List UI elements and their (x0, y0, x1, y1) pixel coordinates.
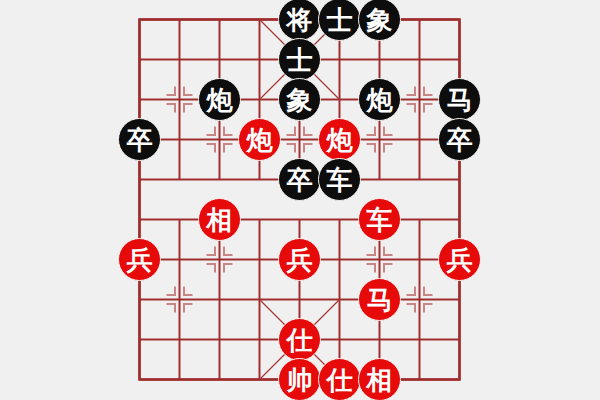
piece-black-soldier[interactable]: 卒 (118, 118, 161, 161)
xiangqi-board-screen: 将士象士炮象炮马卒炮炮卒卒车相车兵兵兵马仕帅仕相 (0, 0, 600, 400)
piece-red-elephant[interactable]: 相 (198, 198, 241, 241)
piece-black-advisor[interactable]: 士 (278, 38, 321, 81)
piece-black-soldier[interactable]: 卒 (278, 158, 321, 201)
piece-red-advisor[interactable]: 仕 (318, 358, 361, 400)
piece-black-advisor[interactable]: 士 (318, 0, 361, 41)
piece-black-general[interactable]: 将 (278, 0, 321, 41)
piece-red-advisor[interactable]: 仕 (278, 318, 321, 361)
piece-red-horse[interactable]: 马 (358, 278, 401, 321)
piece-black-soldier[interactable]: 卒 (438, 118, 481, 161)
piece-red-cannon[interactable]: 炮 (238, 118, 281, 161)
piece-black-elephant[interactable]: 象 (278, 78, 321, 121)
piece-black-elephant[interactable]: 象 (358, 0, 401, 41)
piece-black-horse[interactable]: 马 (438, 78, 481, 121)
piece-black-cannon[interactable]: 炮 (358, 78, 401, 121)
piece-red-soldier[interactable]: 兵 (438, 238, 481, 281)
piece-red-elephant[interactable]: 相 (358, 358, 401, 400)
board-grid: 将士象士炮象炮马卒炮炮卒卒车相车兵兵兵马仕帅仕相 (120, 0, 480, 400)
piece-red-soldier[interactable]: 兵 (278, 238, 321, 281)
piece-red-general[interactable]: 帅 (278, 358, 321, 400)
piece-black-cannon[interactable]: 炮 (198, 78, 241, 121)
piece-red-cannon[interactable]: 炮 (318, 118, 361, 161)
piece-red-soldier[interactable]: 兵 (118, 238, 161, 281)
piece-black-chariot[interactable]: 车 (318, 158, 361, 201)
piece-red-chariot[interactable]: 车 (358, 198, 401, 241)
